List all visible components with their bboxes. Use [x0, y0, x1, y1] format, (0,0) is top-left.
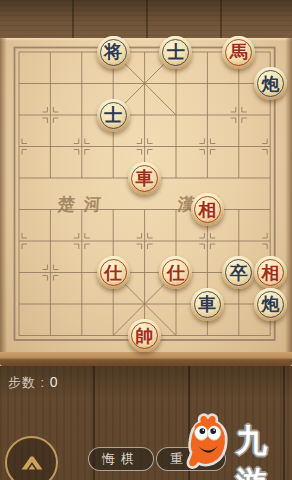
piece-red-r7c5[interactable]: 仕	[159, 256, 192, 289]
piece-glyph: 馬	[230, 43, 248, 61]
piece-red-r4c4[interactable]: 車	[128, 162, 161, 195]
piece-red-r9c4[interactable]: 帥	[128, 319, 161, 352]
step-counter-label: 步数	[8, 375, 36, 390]
piece-layer: 将士馬炮士車相仕仕卒相車炮帥	[3, 36, 286, 351]
piece-glyph: 士	[104, 106, 122, 124]
piece-glyph: 仕	[167, 264, 185, 282]
piece-glyph: 相	[198, 201, 216, 219]
piece-glyph: 炮	[261, 75, 279, 93]
piece-glyph: 帥	[136, 327, 154, 345]
jiuyou-mascot-icon	[182, 408, 234, 474]
chevron-up-icon	[15, 446, 49, 480]
piece-black-r7c7[interactable]: 卒	[222, 256, 255, 289]
piece-glyph: 将	[104, 43, 122, 61]
top-wood-panel	[0, 0, 292, 38]
jiuyou-logo-text: 九游	[236, 420, 292, 480]
piece-black-r2c3[interactable]: 士	[97, 99, 130, 132]
piece-glyph: 炮	[261, 295, 279, 313]
piece-glyph: 仕	[104, 264, 122, 282]
piece-black-r0c3[interactable]: 将	[97, 36, 130, 69]
step-counter: 步数 : 0	[8, 374, 59, 392]
jiuyou-logo[interactable]: 九游	[180, 402, 292, 478]
piece-black-r8c6[interactable]: 車	[191, 288, 224, 321]
board-bottom-edge	[0, 352, 292, 366]
piece-black-r1c8[interactable]: 炮	[254, 67, 287, 100]
undo-button[interactable]: 悔棋	[88, 447, 154, 471]
piece-glyph: 士	[167, 43, 185, 61]
expand-menu-button[interactable]	[5, 436, 58, 480]
xiangqi-board[interactable]: 楚河 漢界 将士馬炮士車相仕仕卒相車炮帥	[0, 38, 292, 366]
piece-red-r5c6[interactable]: 相	[191, 193, 224, 226]
piece-glyph: 卒	[230, 264, 248, 282]
piece-glyph: 車	[136, 169, 154, 187]
piece-glyph: 相	[261, 264, 279, 282]
piece-glyph: 車	[198, 295, 216, 313]
piece-red-r7c8[interactable]: 相	[254, 256, 287, 289]
piece-black-r8c8[interactable]: 炮	[254, 288, 287, 321]
piece-black-r0c5[interactable]: 士	[159, 36, 192, 69]
piece-red-r0c7[interactable]: 馬	[222, 36, 255, 69]
piece-red-r7c3[interactable]: 仕	[97, 256, 130, 289]
step-counter-value: 0	[50, 374, 59, 390]
step-counter-separator: :	[36, 375, 50, 390]
